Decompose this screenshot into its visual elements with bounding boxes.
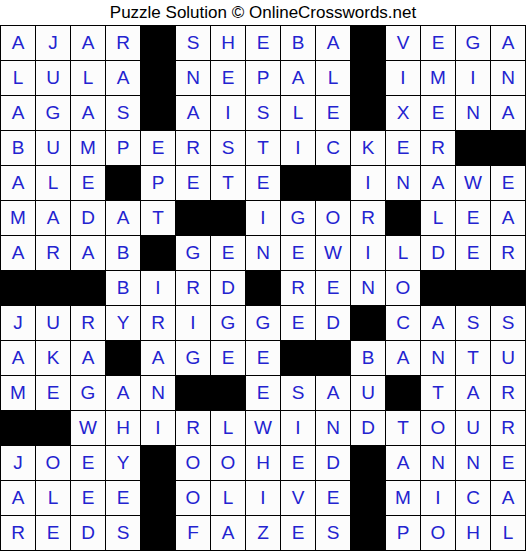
letter-cell-r10c11: B [351, 341, 386, 376]
letter-cell-r11c4: A [106, 376, 141, 411]
letter-cell-r6c11: R [351, 201, 386, 236]
letter-cell-r15c14: H [456, 516, 491, 551]
letter-cell-r7c7: E [211, 236, 246, 271]
letter-cell-r11c3: G [71, 376, 106, 411]
letter-cell-r9c13: A [421, 306, 456, 341]
letter-cell-r5c12: N [386, 166, 421, 201]
black-cell-r10c4 [106, 341, 141, 376]
letter-cell-r15c8: Z [246, 516, 281, 551]
letter-cell-r3c3: A [71, 96, 106, 131]
letter-cell-r14c15: A [491, 481, 526, 516]
letter-cell-r4c13: R [421, 131, 456, 166]
black-cell-r6c12 [386, 201, 421, 236]
letter-cell-r5c11: I [351, 166, 386, 201]
letter-cell-r13c15: E [491, 446, 526, 481]
letter-cell-r15c7: A [211, 516, 246, 551]
letter-cell-r12c8: W [246, 411, 281, 446]
letter-cell-r6c4: A [106, 201, 141, 236]
letter-cell-r5c6: E [176, 166, 211, 201]
black-cell-r12c2 [36, 411, 71, 446]
letter-cell-r6c13: L [421, 201, 456, 236]
letter-cell-r12c11: D [351, 411, 386, 446]
letter-cell-r1c6: S [176, 26, 211, 61]
letter-cell-r13c1: J [1, 446, 36, 481]
letter-cell-r3c10: E [316, 96, 351, 131]
letter-cell-r7c14: E [456, 236, 491, 271]
letter-cell-r10c1: A [1, 341, 36, 376]
letter-cell-r12c15: R [491, 411, 526, 446]
letter-cell-r9c2: U [36, 306, 71, 341]
black-cell-r14c5 [141, 481, 176, 516]
letter-cell-r5c15: E [491, 166, 526, 201]
letter-cell-r13c8: H [246, 446, 281, 481]
letter-cell-r10c15: U [491, 341, 526, 376]
black-cell-r3c5 [141, 96, 176, 131]
letter-cell-r12c14: U [456, 411, 491, 446]
letter-cell-r12c7: L [211, 411, 246, 446]
letter-cell-r5c14: W [456, 166, 491, 201]
black-cell-r5c9 [281, 166, 316, 201]
letter-cell-r4c2: U [36, 131, 71, 166]
letter-cell-r14c2: L [36, 481, 71, 516]
letter-cell-r11c13: T [421, 376, 456, 411]
letter-cell-r9c6: I [176, 306, 211, 341]
letter-cell-r2c10: L [316, 61, 351, 96]
letter-cell-r7c13: D [421, 236, 456, 271]
black-cell-r7c5 [141, 236, 176, 271]
letter-cell-r8c10: E [316, 271, 351, 306]
letter-cell-r10c12: A [386, 341, 421, 376]
black-cell-r11c12 [386, 376, 421, 411]
letter-cell-r11c1: M [1, 376, 36, 411]
letter-cell-r4c10: C [316, 131, 351, 166]
letter-cell-r12c4: H [106, 411, 141, 446]
black-cell-r12c1 [1, 411, 36, 446]
black-cell-r15c5 [141, 516, 176, 551]
black-cell-r15c11 [351, 516, 386, 551]
letter-cell-r12c10: N [316, 411, 351, 446]
letter-cell-r13c12: A [386, 446, 421, 481]
letter-cell-r2c13: M [421, 61, 456, 96]
letter-cell-r1c4: R [106, 26, 141, 61]
letter-cell-r10c14: T [456, 341, 491, 376]
letter-cell-r13c3: E [71, 446, 106, 481]
letter-cell-r2c1: L [1, 61, 36, 96]
letter-cell-r4c11: K [351, 131, 386, 166]
black-cell-r6c6 [176, 201, 211, 236]
letter-cell-r1c3: A [71, 26, 106, 61]
letter-cell-r10c5: A [141, 341, 176, 376]
letter-cell-r4c7: S [211, 131, 246, 166]
letter-cell-r4c8: T [246, 131, 281, 166]
black-cell-r11c6 [176, 376, 211, 411]
black-cell-r2c5 [141, 61, 176, 96]
letter-cell-r15c12: P [386, 516, 421, 551]
letter-cell-r5c2: L [36, 166, 71, 201]
letter-cell-r14c7: L [211, 481, 246, 516]
letter-cell-r1c1: A [1, 26, 36, 61]
letter-cell-r1c14: G [456, 26, 491, 61]
black-cell-r1c5 [141, 26, 176, 61]
letter-cell-r13c2: O [36, 446, 71, 481]
black-cell-r8c3 [71, 271, 106, 306]
letter-cell-r11c8: E [246, 376, 281, 411]
letter-cell-r15c1: R [1, 516, 36, 551]
letter-cell-r4c4: P [106, 131, 141, 166]
letter-cell-r4c12: E [386, 131, 421, 166]
letter-cell-r2c6: N [176, 61, 211, 96]
letter-cell-r9c8: G [246, 306, 281, 341]
letter-cell-r13c14: N [456, 446, 491, 481]
letter-cell-r9c5: R [141, 306, 176, 341]
letter-cell-r14c14: C [456, 481, 491, 516]
black-cell-r10c9 [281, 341, 316, 376]
letter-cell-r5c8: E [246, 166, 281, 201]
letter-cell-r15c10: S [316, 516, 351, 551]
letter-cell-r14c6: O [176, 481, 211, 516]
letter-cell-r5c13: A [421, 166, 456, 201]
letter-cell-r3c14: N [456, 96, 491, 131]
letter-cell-r1c13: E [421, 26, 456, 61]
letter-cell-r13c10: D [316, 446, 351, 481]
letter-cell-r5c5: P [141, 166, 176, 201]
letter-cell-r7c6: G [176, 236, 211, 271]
puzzle-solution-page: Puzzle Solution © OnlineCrosswords.net A… [0, 0, 526, 551]
letter-cell-r3c7: I [211, 96, 246, 131]
letter-cell-r5c7: T [211, 166, 246, 201]
letter-cell-r12c13: O [421, 411, 456, 446]
letter-cell-r9c12: C [386, 306, 421, 341]
page-title: Puzzle Solution © OnlineCrosswords.net [0, 0, 526, 25]
letter-cell-r14c9: V [281, 481, 316, 516]
letter-cell-r3c8: S [246, 96, 281, 131]
letter-cell-r8c11: N [351, 271, 386, 306]
letter-cell-r5c3: E [71, 166, 106, 201]
letter-cell-r3c9: L [281, 96, 316, 131]
letter-cell-r13c7: O [211, 446, 246, 481]
letter-cell-r5c1: A [1, 166, 36, 201]
letter-cell-r1c2: J [36, 26, 71, 61]
letter-cell-r2c3: L [71, 61, 106, 96]
letter-cell-r8c4: B [106, 271, 141, 306]
letter-cell-r11c14: A [456, 376, 491, 411]
letter-cell-r14c12: M [386, 481, 421, 516]
letter-cell-r7c12: L [386, 236, 421, 271]
black-cell-r9c11 [351, 306, 386, 341]
letter-cell-r15c2: E [36, 516, 71, 551]
letter-cell-r7c9: E [281, 236, 316, 271]
letter-cell-r9c3: R [71, 306, 106, 341]
black-cell-r1c11 [351, 26, 386, 61]
black-cell-r13c11 [351, 446, 386, 481]
letter-cell-r2c2: U [36, 61, 71, 96]
letter-cell-r8c9: R [281, 271, 316, 306]
black-cell-r13c5 [141, 446, 176, 481]
black-cell-r3c11 [351, 96, 386, 131]
letter-cell-r7c8: N [246, 236, 281, 271]
letter-cell-r15c15: L [491, 516, 526, 551]
letter-cell-r3c12: X [386, 96, 421, 131]
black-cell-r8c1 [1, 271, 36, 306]
black-cell-r6c7 [211, 201, 246, 236]
black-cell-r11c7 [211, 376, 246, 411]
black-cell-r4c15 [491, 131, 526, 166]
letter-cell-r11c9: S [281, 376, 316, 411]
letter-cell-r4c3: M [71, 131, 106, 166]
black-cell-r8c15 [491, 271, 526, 306]
letter-cell-r4c1: B [1, 131, 36, 166]
letter-cell-r1c8: E [246, 26, 281, 61]
letter-cell-r1c15: A [491, 26, 526, 61]
letter-cell-r2c4: A [106, 61, 141, 96]
letter-cell-r7c15: R [491, 236, 526, 271]
letter-cell-r10c6: G [176, 341, 211, 376]
letter-cell-r6c15: A [491, 201, 526, 236]
black-cell-r4c14 [456, 131, 491, 166]
letter-cell-r6c14: E [456, 201, 491, 236]
letter-cell-r4c6: R [176, 131, 211, 166]
black-cell-r8c13 [421, 271, 456, 306]
crossword-grid: AJARSHEBAVEGALULANEPALIMINAGASAISLEXENAB… [0, 25, 526, 551]
letter-cell-r14c10: E [316, 481, 351, 516]
letter-cell-r10c8: E [246, 341, 281, 376]
letter-cell-r3c4: S [106, 96, 141, 131]
letter-cell-r15c13: O [421, 516, 456, 551]
letter-cell-r13c4: Y [106, 446, 141, 481]
letter-cell-r12c5: I [141, 411, 176, 446]
letter-cell-r6c9: G [281, 201, 316, 236]
letter-cell-r1c7: H [211, 26, 246, 61]
letter-cell-r1c10: A [316, 26, 351, 61]
letter-cell-r14c3: E [71, 481, 106, 516]
letter-cell-r4c9: I [281, 131, 316, 166]
letter-cell-r3c6: A [176, 96, 211, 131]
letter-cell-r8c12: O [386, 271, 421, 306]
letter-cell-r10c7: E [211, 341, 246, 376]
letter-cell-r8c6: R [176, 271, 211, 306]
black-cell-r2c11 [351, 61, 386, 96]
letter-cell-r6c3: D [71, 201, 106, 236]
letter-cell-r15c4: S [106, 516, 141, 551]
letter-cell-r10c13: N [421, 341, 456, 376]
letter-cell-r6c2: A [36, 201, 71, 236]
letter-cell-r14c13: I [421, 481, 456, 516]
letter-cell-r4c5: E [141, 131, 176, 166]
letter-cell-r7c4: B [106, 236, 141, 271]
letter-cell-r11c15: R [491, 376, 526, 411]
letter-cell-r2c12: I [386, 61, 421, 96]
letter-cell-r12c6: R [176, 411, 211, 446]
letter-cell-r10c3: A [71, 341, 106, 376]
letter-cell-r1c12: V [386, 26, 421, 61]
letter-cell-r1c9: B [281, 26, 316, 61]
letter-cell-r7c10: W [316, 236, 351, 271]
black-cell-r8c8 [246, 271, 281, 306]
letter-cell-r12c3: W [71, 411, 106, 446]
letter-cell-r13c13: N [421, 446, 456, 481]
black-cell-r8c14 [456, 271, 491, 306]
letter-cell-r7c1: A [1, 236, 36, 271]
letter-cell-r15c6: F [176, 516, 211, 551]
letter-cell-r9c1: J [1, 306, 36, 341]
letter-cell-r6c1: M [1, 201, 36, 236]
letter-cell-r3c1: A [1, 96, 36, 131]
letter-cell-r13c9: E [281, 446, 316, 481]
letter-cell-r7c2: R [36, 236, 71, 271]
letter-cell-r14c1: A [1, 481, 36, 516]
black-cell-r5c4 [106, 166, 141, 201]
black-cell-r10c10 [316, 341, 351, 376]
letter-cell-r15c9: E [281, 516, 316, 551]
letter-cell-r8c7: D [211, 271, 246, 306]
letter-cell-r9c9: E [281, 306, 316, 341]
letter-cell-r11c5: N [141, 376, 176, 411]
letter-cell-r10c2: K [36, 341, 71, 376]
letter-cell-r3c15: A [491, 96, 526, 131]
letter-cell-r3c13: E [421, 96, 456, 131]
letter-cell-r2c8: P [246, 61, 281, 96]
letter-cell-r2c7: E [211, 61, 246, 96]
letter-cell-r8c5: I [141, 271, 176, 306]
letter-cell-r9c4: Y [106, 306, 141, 341]
letter-cell-r13c6: O [176, 446, 211, 481]
letter-cell-r12c9: I [281, 411, 316, 446]
letter-cell-r6c10: O [316, 201, 351, 236]
letter-cell-r9c7: G [211, 306, 246, 341]
letter-cell-r11c11: U [351, 376, 386, 411]
letter-cell-r2c15: N [491, 61, 526, 96]
letter-cell-r7c3: A [71, 236, 106, 271]
letter-cell-r11c10: A [316, 376, 351, 411]
black-cell-r5c10 [316, 166, 351, 201]
letter-cell-r12c12: T [386, 411, 421, 446]
letter-cell-r9c10: D [316, 306, 351, 341]
letter-cell-r3c2: G [36, 96, 71, 131]
letter-cell-r14c4: E [106, 481, 141, 516]
letter-cell-r11c2: E [36, 376, 71, 411]
black-cell-r14c11 [351, 481, 386, 516]
letter-cell-r14c8: I [246, 481, 281, 516]
letter-cell-r9c15: S [491, 306, 526, 341]
letter-cell-r9c14: S [456, 306, 491, 341]
letter-cell-r15c3: D [71, 516, 106, 551]
letter-cell-r7c11: I [351, 236, 386, 271]
letter-cell-r2c9: A [281, 61, 316, 96]
letter-cell-r6c5: T [141, 201, 176, 236]
letter-cell-r6c8: I [246, 201, 281, 236]
black-cell-r8c2 [36, 271, 71, 306]
letter-cell-r2c14: I [456, 61, 491, 96]
